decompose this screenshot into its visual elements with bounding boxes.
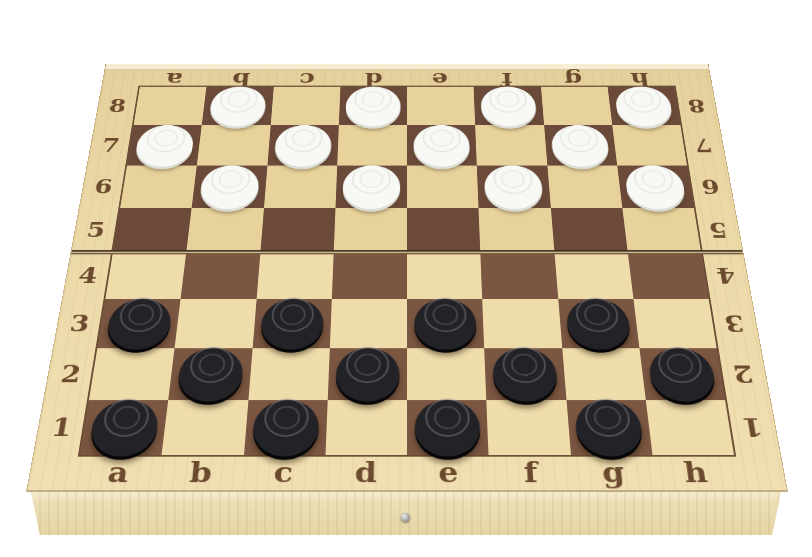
file-label-bottom-h: h: [652, 455, 739, 490]
white-checker-b6[interactable]: ●: [191, 154, 267, 211]
rank-label-right-8: 8: [674, 87, 719, 125]
white-checker-a7[interactable]: ●: [127, 114, 204, 168]
black-checker-c3[interactable]: ●: [252, 285, 332, 351]
checkers-board: abcdefgh 87654321 87654321 ●●●●●●●●●●●●●…: [26, 64, 788, 492]
black-checker-f2[interactable]: ●: [484, 334, 567, 404]
white-checker-h6[interactable]: ●: [616, 154, 695, 211]
board-grid: ●●●●●●●●●●●●●●●●●●●●●●●●: [80, 87, 734, 455]
square-f8[interactable]: ●: [474, 87, 544, 125]
black-checker-d2[interactable]: ●: [327, 334, 407, 404]
white-checker-b8[interactable]: ●: [202, 76, 275, 128]
white-checker-h8[interactable]: ●: [606, 76, 681, 128]
black-checker-b2[interactable]: ●: [168, 334, 253, 404]
square-e1[interactable]: ●: [407, 400, 489, 455]
square-c7[interactable]: ●: [267, 125, 339, 165]
square-g1[interactable]: ●: [566, 400, 652, 455]
hinge-pin: [401, 513, 410, 522]
square-g7[interactable]: ●: [544, 125, 617, 165]
square-h4[interactable]: [628, 252, 709, 299]
square-c1[interactable]: ●: [244, 400, 328, 455]
square-f4[interactable]: [481, 252, 558, 299]
square-d2[interactable]: ●: [327, 348, 407, 400]
box-front-face: [30, 487, 782, 535]
square-b6[interactable]: ●: [192, 166, 267, 208]
square-f2[interactable]: ●: [484, 348, 566, 400]
square-g5[interactable]: [550, 208, 627, 252]
square-d8[interactable]: ●: [339, 87, 407, 125]
white-checker-d6[interactable]: ●: [335, 154, 407, 211]
file-label-bottom-b: b: [157, 455, 243, 490]
file-label-bottom-f: f: [489, 455, 574, 490]
square-h2[interactable]: ●: [639, 348, 725, 400]
square-d4[interactable]: [332, 252, 407, 299]
square-b8[interactable]: ●: [202, 87, 273, 125]
square-f6[interactable]: ●: [477, 166, 550, 208]
black-checker-e3[interactable]: ●: [407, 285, 485, 351]
square-c5[interactable]: [260, 208, 335, 252]
rank-label-right-6: 6: [687, 166, 734, 208]
rank-label-left-5: 5: [71, 208, 120, 252]
square-h8[interactable]: ●: [607, 87, 680, 125]
black-checker-a3[interactable]: ●: [97, 285, 183, 351]
square-a5[interactable]: [113, 208, 192, 252]
white-checker-f8[interactable]: ●: [473, 76, 544, 128]
square-a7[interactable]: ●: [127, 125, 202, 165]
black-checker-h2[interactable]: ●: [637, 334, 725, 404]
fold-seam: [71, 250, 743, 254]
square-e7[interactable]: ●: [407, 125, 477, 165]
file-label-bottom-d: d: [324, 455, 407, 490]
rank-label-right-2: 2: [717, 348, 770, 400]
rank-label-right-4: 4: [701, 252, 751, 299]
square-a3[interactable]: ●: [97, 299, 180, 348]
rank-label-left-7: 7: [88, 125, 134, 165]
black-checker-c1[interactable]: ●: [243, 385, 328, 459]
white-checker-d8[interactable]: ●: [339, 76, 407, 128]
white-checker-g7[interactable]: ●: [543, 114, 618, 168]
rank-label-right-3: 3: [709, 299, 761, 348]
square-a1[interactable]: ●: [80, 400, 168, 455]
square-e3[interactable]: ●: [407, 299, 484, 348]
black-checker-e1[interactable]: ●: [407, 385, 489, 459]
rank-label-right-5: 5: [694, 208, 743, 252]
square-c3[interactable]: ●: [252, 299, 331, 348]
square-d6[interactable]: ●: [335, 166, 407, 208]
square-b4[interactable]: [181, 252, 260, 299]
black-checker-g3[interactable]: ●: [557, 285, 640, 351]
white-checker-f6[interactable]: ●: [477, 154, 551, 211]
rank-label-left-6: 6: [80, 166, 127, 208]
square-g3[interactable]: ●: [558, 299, 639, 348]
rank-label-right-1: 1: [725, 400, 780, 455]
white-checker-e7[interactable]: ●: [407, 114, 477, 168]
square-h6[interactable]: ●: [617, 166, 694, 208]
checkers-photo: abcdefgh 87654321 87654321 ●●●●●●●●●●●●●…: [0, 0, 812, 557]
rank-label-left-8: 8: [95, 87, 140, 125]
rank-label-right-7: 7: [680, 125, 726, 165]
black-checker-a1[interactable]: ●: [79, 385, 170, 459]
square-e5[interactable]: [407, 208, 481, 252]
square-b2[interactable]: ●: [168, 348, 252, 400]
black-checker-g1[interactable]: ●: [565, 385, 653, 459]
white-checker-c7[interactable]: ●: [267, 114, 339, 168]
